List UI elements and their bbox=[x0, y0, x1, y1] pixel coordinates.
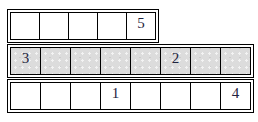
cell-r3c7[interactable] bbox=[191, 83, 220, 109]
given-digit: 3 bbox=[22, 48, 30, 67]
cell-r2c2[interactable] bbox=[41, 48, 70, 74]
cell-r3c2[interactable] bbox=[41, 83, 70, 109]
cell-r2c1[interactable]: 3 bbox=[11, 48, 40, 74]
cell-r2c7[interactable] bbox=[191, 48, 220, 74]
cell-r3c8[interactable]: 4 bbox=[221, 83, 250, 109]
cell-r3c1[interactable] bbox=[11, 83, 40, 109]
cell-r2c4[interactable] bbox=[101, 48, 130, 74]
cell-r2c6[interactable]: 2 bbox=[161, 48, 190, 74]
row-grid-3: 14 bbox=[10, 82, 251, 110]
cell-r1c1[interactable] bbox=[11, 13, 39, 39]
cell-r3c6[interactable] bbox=[161, 83, 190, 109]
cell-r1c5[interactable]: 5 bbox=[127, 13, 155, 39]
cell-r3c4[interactable]: 1 bbox=[101, 83, 130, 109]
cell-r2c3[interactable] bbox=[71, 48, 100, 74]
cell-r3c3[interactable] bbox=[71, 83, 100, 109]
row-strip-1: 5 bbox=[7, 9, 159, 43]
row-strip-2: 32 bbox=[7, 44, 254, 78]
row-strip-3: 14 bbox=[7, 79, 254, 113]
cell-r2c8[interactable] bbox=[221, 48, 250, 74]
row-grid-1: 5 bbox=[10, 12, 156, 40]
given-digit: 1 bbox=[112, 83, 120, 102]
cell-r1c4[interactable] bbox=[98, 13, 126, 39]
given-digit: 2 bbox=[172, 48, 180, 67]
given-digit: 4 bbox=[232, 83, 240, 102]
cell-r1c3[interactable] bbox=[69, 13, 97, 39]
puzzle-board: 53214 bbox=[7, 9, 254, 114]
cell-r3c5[interactable] bbox=[131, 83, 160, 109]
cell-r1c2[interactable] bbox=[40, 13, 68, 39]
given-digit: 5 bbox=[137, 13, 145, 32]
row-grid-2: 32 bbox=[10, 47, 251, 75]
cell-r2c5[interactable] bbox=[131, 48, 160, 74]
